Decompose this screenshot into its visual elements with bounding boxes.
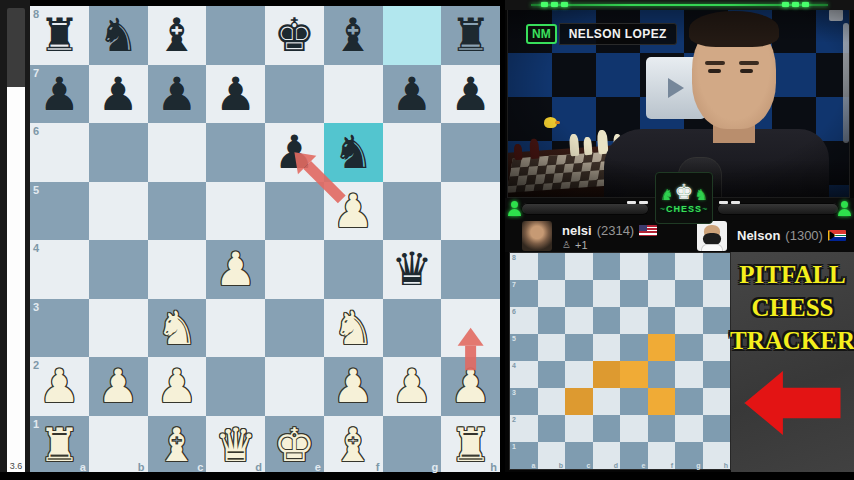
square-f5 bbox=[648, 334, 676, 361]
file-label: c bbox=[197, 461, 203, 473]
square-e1: e bbox=[620, 442, 648, 469]
file-label: e bbox=[642, 462, 646, 469]
square-e4[interactable] bbox=[265, 240, 324, 299]
overlay-pill-left bbox=[521, 203, 649, 215]
overlay-bar: ♞ ♚ ♞ ~CHESS~ bbox=[505, 198, 854, 220]
eval-strip: 3.6 bbox=[0, 0, 30, 480]
piece-black-rook: ♜ bbox=[441, 6, 500, 65]
square-a5: 5 bbox=[510, 334, 538, 361]
square-b1: b bbox=[538, 442, 566, 469]
viewer-icon-right bbox=[838, 201, 851, 217]
square-g4 bbox=[675, 361, 703, 388]
file-label: a bbox=[532, 462, 536, 469]
square-c1: c bbox=[565, 442, 593, 469]
piece-white-pawn: ♟ bbox=[383, 357, 442, 416]
square-c1[interactable]: c♝ bbox=[148, 416, 207, 475]
square-a1[interactable]: 1a♜ bbox=[30, 416, 89, 475]
rank-label: 8 bbox=[33, 8, 39, 20]
rank-label: 2 bbox=[512, 416, 516, 423]
south-africa-flag-icon bbox=[828, 230, 846, 241]
main-chess-board: 8♜♞♝♚♝♜7♟♟♟♟♟♟6♟♞5♟4♟♛3♞♞2♟♟♟♟♟♟1a♜bc♝d♛… bbox=[30, 6, 500, 474]
overlay-pill-right bbox=[717, 203, 839, 215]
eval-bar: 3.6 bbox=[7, 8, 25, 474]
square-b2 bbox=[538, 415, 566, 442]
file-label: g bbox=[432, 461, 439, 473]
square-b8[interactable]: ♞ bbox=[89, 6, 148, 65]
square-g4[interactable]: ♛ bbox=[383, 240, 442, 299]
square-a2[interactable]: 2♟ bbox=[30, 357, 89, 416]
piece-black-pawn: ♟ bbox=[148, 65, 207, 124]
rank-label: 6 bbox=[512, 308, 516, 315]
piece-black-pawn: ♟ bbox=[265, 123, 324, 182]
overlay-dash bbox=[731, 201, 740, 204]
square-f8 bbox=[648, 253, 676, 280]
square-c7 bbox=[565, 280, 593, 307]
piece-black-pawn: ♟ bbox=[441, 65, 500, 124]
piece-white-pawn: ♟ bbox=[89, 357, 148, 416]
square-a6[interactable]: 6 bbox=[30, 123, 89, 182]
square-d6 bbox=[593, 307, 621, 334]
file-label: g bbox=[696, 462, 700, 469]
logo-text: CHESS bbox=[666, 204, 702, 214]
square-a8: 8 bbox=[510, 253, 538, 280]
square-e5 bbox=[620, 334, 648, 361]
file-label: d bbox=[614, 462, 618, 469]
square-d5[interactable] bbox=[206, 182, 265, 241]
square-c5[interactable] bbox=[148, 182, 207, 241]
square-e6 bbox=[620, 307, 648, 334]
file-label: f bbox=[376, 461, 380, 473]
file-label: f bbox=[671, 462, 673, 469]
square-h7 bbox=[703, 280, 731, 307]
square-e4 bbox=[620, 361, 648, 388]
viewer-icon-left bbox=[508, 201, 521, 217]
square-b3 bbox=[538, 388, 566, 415]
square-g6[interactable] bbox=[383, 123, 442, 182]
pitfall-title: PITFALL CHESS TRACKER bbox=[730, 258, 854, 357]
overlay-dash bbox=[639, 201, 648, 204]
square-c3[interactable]: ♞ bbox=[148, 299, 207, 358]
overlay-dash bbox=[627, 201, 636, 204]
square-e6[interactable]: ♟ bbox=[265, 123, 324, 182]
square-f2[interactable]: ♟ bbox=[324, 357, 383, 416]
square-e5[interactable] bbox=[265, 182, 324, 241]
square-b5 bbox=[538, 334, 566, 361]
logo-knight-icon: ♞ bbox=[694, 188, 707, 203]
square-d8 bbox=[593, 253, 621, 280]
webcam-view: NM NELSON LOPEZ bbox=[507, 8, 850, 198]
square-a4[interactable]: 4 bbox=[30, 240, 89, 299]
overlay-dash bbox=[719, 201, 728, 204]
logo-knight-icon: ♞ bbox=[660, 188, 673, 203]
rank-label: 5 bbox=[512, 335, 516, 342]
square-g2 bbox=[675, 415, 703, 442]
square-d3 bbox=[593, 388, 621, 415]
rank-label: 7 bbox=[33, 67, 39, 79]
square-e2 bbox=[620, 415, 648, 442]
left-player-name: nelsi bbox=[562, 223, 592, 238]
file-label: c bbox=[587, 462, 591, 469]
square-f7 bbox=[648, 280, 676, 307]
file-label: b bbox=[559, 462, 563, 469]
square-f4[interactable] bbox=[324, 240, 383, 299]
square-b4 bbox=[538, 361, 566, 388]
square-g7 bbox=[675, 280, 703, 307]
right-player-name: Nelson bbox=[737, 228, 780, 243]
stream-frame: 3.6 8♜♞♝♚♝♜7♟♟♟♟♟♟6♟♞5♟4♟♛3♞♞2♟♟♟♟♟♟1a♜b… bbox=[0, 0, 854, 480]
streamer-name-label: NELSON LOPEZ bbox=[559, 23, 677, 45]
players-bar: nelsi (2314) ♙ +1 Nelson (1300) bbox=[505, 220, 854, 252]
square-e8[interactable]: ♚ bbox=[265, 6, 324, 65]
file-label: h bbox=[490, 461, 497, 473]
square-g3 bbox=[675, 388, 703, 415]
piece-black-king: ♚ bbox=[265, 6, 324, 65]
rank-label: 6 bbox=[33, 125, 39, 137]
square-c5 bbox=[565, 334, 593, 361]
square-a2: 2 bbox=[510, 415, 538, 442]
square-h4[interactable] bbox=[441, 240, 500, 299]
square-g7[interactable]: ♟ bbox=[383, 65, 442, 124]
pawn-icon: ♙ bbox=[562, 240, 571, 250]
square-f3 bbox=[648, 388, 676, 415]
square-f1[interactable]: f♝ bbox=[324, 416, 383, 475]
square-b1[interactable]: b bbox=[89, 416, 148, 475]
square-e7 bbox=[620, 280, 648, 307]
us-flag-icon bbox=[639, 225, 657, 236]
square-h2 bbox=[703, 415, 731, 442]
square-h5[interactable] bbox=[441, 182, 500, 241]
file-label: a bbox=[80, 461, 86, 473]
piece-white-pawn: ♟ bbox=[324, 182, 383, 241]
square-f7[interactable] bbox=[324, 65, 383, 124]
square-e1[interactable]: e♚ bbox=[265, 416, 324, 475]
avatar-right-player bbox=[697, 221, 727, 251]
square-f3[interactable]: ♞ bbox=[324, 299, 383, 358]
square-g1: g bbox=[675, 442, 703, 469]
right-column: NM NELSON LOPEZ ♞ ♚ bbox=[505, 0, 854, 480]
square-g2[interactable]: ♟ bbox=[383, 357, 442, 416]
square-f5[interactable]: ♟ bbox=[324, 182, 383, 241]
piece-white-pawn: ♟ bbox=[324, 357, 383, 416]
square-d5 bbox=[593, 334, 621, 361]
square-h1[interactable]: h♜ bbox=[441, 416, 500, 475]
piece-black-pawn: ♟ bbox=[383, 65, 442, 124]
square-g5 bbox=[675, 334, 703, 361]
square-h3 bbox=[703, 388, 731, 415]
square-c6 bbox=[565, 307, 593, 334]
square-h8[interactable]: ♜ bbox=[441, 6, 500, 65]
left-player-rating: (2314) bbox=[597, 223, 635, 238]
square-d3[interactable] bbox=[206, 299, 265, 358]
audio-peak-dashes-left bbox=[541, 2, 568, 7]
rank-label: 7 bbox=[512, 281, 516, 288]
square-d8[interactable] bbox=[206, 6, 265, 65]
avatar-left-player bbox=[522, 221, 552, 251]
rank-label: 3 bbox=[33, 301, 39, 313]
piece-white-knight: ♞ bbox=[324, 299, 383, 358]
square-c6[interactable] bbox=[148, 123, 207, 182]
square-e8 bbox=[620, 253, 648, 280]
piece-black-queen: ♛ bbox=[383, 240, 442, 299]
rank-label: 1 bbox=[512, 443, 516, 450]
square-e3[interactable] bbox=[265, 299, 324, 358]
square-d4 bbox=[593, 361, 621, 388]
right-player-rating: (1300) bbox=[785, 228, 823, 243]
eval-bar-white-portion bbox=[7, 87, 25, 474]
logo-king-icon: ♚ bbox=[675, 182, 694, 203]
rank-label: 3 bbox=[512, 389, 516, 396]
rank-label: 4 bbox=[33, 242, 39, 254]
square-f6[interactable]: ♞ bbox=[324, 123, 383, 182]
square-f4 bbox=[648, 361, 676, 388]
square-c7[interactable]: ♟ bbox=[148, 65, 207, 124]
square-b7 bbox=[538, 280, 566, 307]
square-d6[interactable] bbox=[206, 123, 265, 182]
left-pointing-arrow-icon bbox=[745, 371, 841, 435]
piece-white-knight: ♞ bbox=[148, 299, 207, 358]
piece-black-knight: ♞ bbox=[324, 123, 383, 182]
square-c2[interactable]: ♟ bbox=[148, 357, 207, 416]
square-h7[interactable]: ♟ bbox=[441, 65, 500, 124]
square-c2 bbox=[565, 415, 593, 442]
square-h1: h bbox=[703, 442, 731, 469]
square-g6 bbox=[675, 307, 703, 334]
square-f6 bbox=[648, 307, 676, 334]
square-g3[interactable] bbox=[383, 299, 442, 358]
piece-black-pawn: ♟ bbox=[206, 65, 265, 124]
square-b2[interactable]: ♟ bbox=[89, 357, 148, 416]
rank-label: 5 bbox=[33, 184, 39, 196]
square-c8[interactable]: ♝ bbox=[148, 6, 207, 65]
square-a6: 6 bbox=[510, 307, 538, 334]
square-b8 bbox=[538, 253, 566, 280]
square-d1[interactable]: d♛ bbox=[206, 416, 265, 475]
rank-label: 2 bbox=[33, 359, 39, 371]
piece-black-bishop: ♝ bbox=[148, 6, 207, 65]
piece-white-bishop: ♝ bbox=[324, 416, 383, 475]
rank-label: 1 bbox=[33, 418, 39, 430]
chess-vibes-logo: ♞ ♚ ♞ ~CHESS~ bbox=[655, 172, 713, 224]
bottom-border bbox=[0, 472, 854, 480]
square-a7: 7 bbox=[510, 280, 538, 307]
square-b4[interactable] bbox=[89, 240, 148, 299]
eval-score: 3.6 bbox=[7, 461, 25, 471]
piece-black-bishop: ♝ bbox=[324, 6, 383, 65]
square-b3[interactable] bbox=[89, 299, 148, 358]
square-a1: 1a bbox=[510, 442, 538, 469]
audio-meter-bar bbox=[505, 0, 854, 10]
nm-title-badge: NM bbox=[526, 24, 557, 44]
square-a7[interactable]: 7♟ bbox=[30, 65, 89, 124]
square-a3[interactable]: 3 bbox=[30, 299, 89, 358]
logo-flourish: ~ bbox=[702, 204, 708, 214]
square-h4 bbox=[703, 361, 731, 388]
square-c8 bbox=[565, 253, 593, 280]
streamer-badge: NM NELSON LOPEZ bbox=[526, 23, 677, 45]
piece-black-pawn: ♟ bbox=[89, 65, 148, 124]
square-d2[interactable] bbox=[206, 357, 265, 416]
square-h6 bbox=[703, 307, 731, 334]
square-a3: 3 bbox=[510, 388, 538, 415]
rank-label: 4 bbox=[512, 362, 516, 369]
pitfall-tracker-board: 87654321abcdefgh bbox=[509, 252, 731, 470]
square-h5 bbox=[703, 334, 731, 361]
piece-black-knight: ♞ bbox=[89, 6, 148, 65]
square-d7[interactable]: ♟ bbox=[206, 65, 265, 124]
audio-peak-dashes-right bbox=[782, 2, 809, 7]
square-d7 bbox=[593, 280, 621, 307]
square-g8 bbox=[675, 253, 703, 280]
square-d4[interactable]: ♟ bbox=[206, 240, 265, 299]
square-d1: d bbox=[593, 442, 621, 469]
square-h3[interactable] bbox=[441, 299, 500, 358]
square-h6[interactable] bbox=[441, 123, 500, 182]
file-label: d bbox=[255, 461, 262, 473]
square-g5[interactable] bbox=[383, 182, 442, 241]
square-g1[interactable]: g bbox=[383, 416, 442, 475]
pitfall-panel: PITFALL CHESS TRACKER bbox=[731, 252, 854, 472]
square-h2[interactable]: ♟ bbox=[441, 357, 500, 416]
rank-label: 8 bbox=[512, 254, 516, 261]
square-a4: 4 bbox=[510, 361, 538, 388]
square-d2 bbox=[593, 415, 621, 442]
square-b7[interactable]: ♟ bbox=[89, 65, 148, 124]
piece-white-pawn: ♟ bbox=[148, 357, 207, 416]
square-b5[interactable] bbox=[89, 182, 148, 241]
square-f2 bbox=[648, 415, 676, 442]
square-e3 bbox=[620, 388, 648, 415]
left-player-score-delta: +1 bbox=[575, 239, 588, 251]
file-label: e bbox=[315, 461, 321, 473]
square-a5[interactable]: 5 bbox=[30, 182, 89, 241]
file-label: b bbox=[138, 461, 145, 473]
square-h8 bbox=[703, 253, 731, 280]
square-c3 bbox=[565, 388, 593, 415]
square-b6[interactable] bbox=[89, 123, 148, 182]
square-c4[interactable] bbox=[148, 240, 207, 299]
square-f8[interactable]: ♝ bbox=[324, 6, 383, 65]
square-f1: f bbox=[648, 442, 676, 469]
square-e7[interactable] bbox=[265, 65, 324, 124]
square-e2[interactable] bbox=[265, 357, 324, 416]
square-g8[interactable] bbox=[383, 6, 442, 65]
piece-white-pawn: ♟ bbox=[206, 240, 265, 299]
square-c4 bbox=[565, 361, 593, 388]
square-a8[interactable]: 8♜ bbox=[30, 6, 89, 65]
square-b6 bbox=[538, 307, 566, 334]
piece-white-pawn: ♟ bbox=[441, 357, 500, 416]
file-label: h bbox=[724, 462, 728, 469]
